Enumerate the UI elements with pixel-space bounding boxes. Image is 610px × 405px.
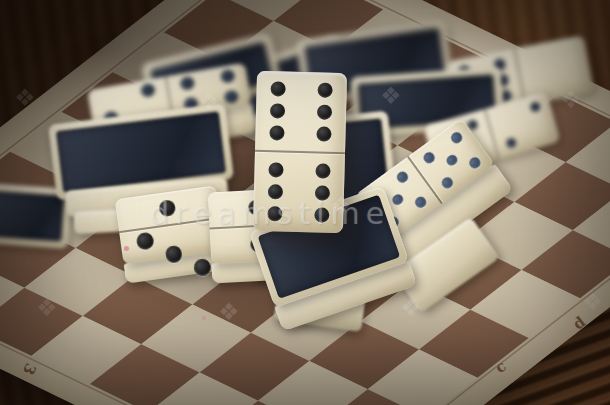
- pip: [314, 207, 329, 222]
- domino-standing-six-six: [253, 71, 347, 233]
- pip: [315, 164, 330, 179]
- pip: [268, 184, 283, 199]
- pip: [444, 153, 459, 168]
- pip: [449, 130, 464, 145]
- pip: [317, 83, 332, 98]
- pip: [467, 156, 482, 171]
- pip: [505, 137, 518, 150]
- photo-dominoes-on-chessboard: 3cd dreamstime ❖❖❖❖❖❖❖❖❖: [0, 0, 610, 405]
- domino-half-6: [255, 71, 347, 152]
- speck: [124, 246, 129, 251]
- domino-back-face: [0, 190, 65, 241]
- pip: [529, 100, 542, 113]
- pip: [316, 126, 331, 141]
- pip: [180, 76, 195, 91]
- pip: [315, 185, 330, 200]
- domino-half-6: [253, 150, 345, 233]
- pip: [269, 125, 284, 140]
- pip: [267, 206, 282, 221]
- pip: [220, 69, 235, 84]
- pip: [271, 82, 286, 97]
- pip: [268, 163, 283, 178]
- pip: [224, 90, 239, 105]
- pip: [421, 150, 436, 165]
- speck: [202, 316, 206, 320]
- pip: [270, 103, 285, 118]
- pip: [390, 192, 405, 207]
- pip: [395, 169, 410, 184]
- pip: [317, 104, 332, 119]
- pip: [140, 83, 155, 98]
- pip: [413, 195, 428, 210]
- pip: [136, 231, 155, 250]
- pip: [158, 199, 177, 218]
- pip: [440, 175, 455, 190]
